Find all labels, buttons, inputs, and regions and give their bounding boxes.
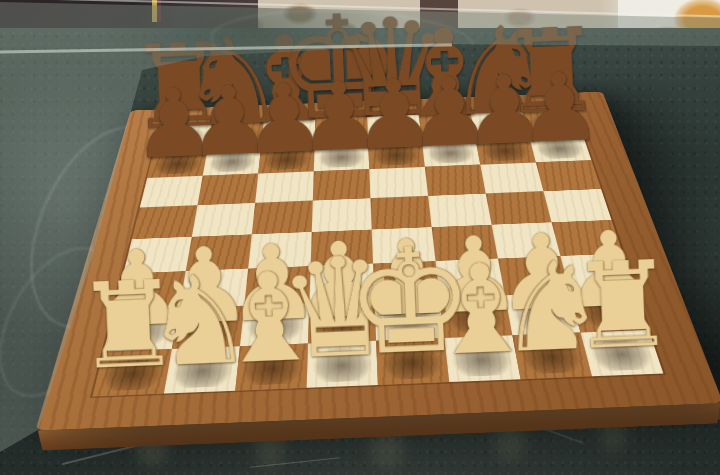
photo-scene: ♜♞♝♚♛♝♞♜♟♟♟♟♟♟♟♟♟♟♟♟♟♟♟♟♜♞♝♛♚♝♞♜ [0,0,720,475]
piece-black-pawn: ♟ [516,59,605,157]
board-perspective: ♜♞♝♚♛♝♞♜♟♟♟♟♟♟♟♟♟♟♟♟♟♟♟♟♜♞♝♛♚♝♞♜ [81,0,663,475]
square-c6 [255,171,314,202]
square-d6 [313,169,371,200]
square-h7: ♟ [529,133,592,162]
square-f6 [425,165,486,196]
square-h1: ♜ [580,330,663,376]
square-e6 [369,167,428,198]
square-h6 [536,160,601,191]
board-grid: ♜♞♝♚♛♝♞♜♟♟♟♟♟♟♟♟♟♟♟♟♟♟♟♟♜♞♝♛♚♝♞♜ [93,109,664,397]
chess-board: ♜♞♝♚♛♝♞♜♟♟♟♟♟♟♟♟♟♟♟♟♟♟♟♟♜♞♝♛♚♝♞♜ [35,92,720,431]
square-a6 [140,176,203,208]
square-g6 [480,162,543,193]
piece-white-rook: ♜ [567,245,677,367]
board-area: ♜♞♝♚♛♝♞♜♟♟♟♟♟♟♟♟♟♟♟♟♟♟♟♟♜♞♝♛♚♝♞♜ [0,0,720,475]
board-edge-front [38,403,720,450]
square-b6 [197,174,258,206]
